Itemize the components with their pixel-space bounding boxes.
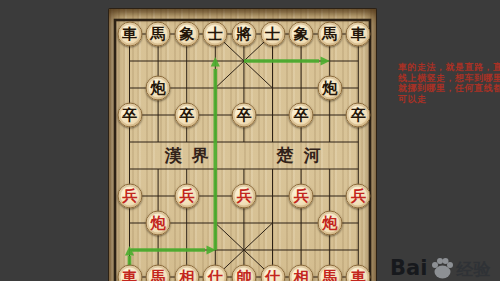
watermark: Bai 经验 <box>390 256 490 281</box>
xiangqi-piece-black[interactable]: 卒 <box>174 103 199 128</box>
xiangqi-piece-black[interactable]: 馬 <box>146 22 171 47</box>
xiangqi-piece-red[interactable]: 兵 <box>289 184 314 209</box>
baidu-paw-icon <box>429 256 455 281</box>
xiangqi-piece-red[interactable]: 兵 <box>174 184 199 209</box>
xiangqi-piece-black[interactable]: 將 <box>231 22 256 47</box>
rule-note-line: 可以走 <box>398 94 500 105</box>
watermark-cjk-text: 经验 <box>456 256 490 281</box>
screenshot-stage: 漢界 楚河 車馬象士將士象馬車炮炮卒卒卒卒卒兵兵兵兵兵炮炮車馬相仕帥仕相馬車 車… <box>0 0 500 281</box>
xiangqi-board[interactable]: 漢界 楚河 車馬象士將士象馬車炮炮卒卒卒卒卒兵兵兵兵兵炮炮車馬相仕帥仕相馬車 <box>108 8 377 281</box>
xiangqi-piece-black[interactable]: 炮 <box>146 76 171 101</box>
watermark-latin-text: Bai <box>390 256 427 280</box>
xiangqi-piece-red[interactable]: 炮 <box>146 211 171 236</box>
xiangqi-piece-black[interactable]: 炮 <box>317 76 342 101</box>
xiangqi-piece-black[interactable]: 卒 <box>117 103 142 128</box>
xiangqi-piece-black[interactable]: 象 <box>174 22 199 47</box>
river-label-right: 楚河 <box>272 145 331 165</box>
xiangqi-piece-black[interactable]: 馬 <box>317 22 342 47</box>
xiangqi-piece-black[interactable]: 車 <box>346 22 371 47</box>
move-arrow-head <box>321 56 331 65</box>
river-label-left: 漢界 <box>160 145 219 165</box>
xiangqi-piece-red[interactable]: 炮 <box>317 211 342 236</box>
board-grid <box>109 9 376 281</box>
rule-note-line: 就挪到哪里，任何直线都 <box>398 83 500 94</box>
xiangqi-piece-black[interactable]: 卒 <box>346 103 371 128</box>
xiangqi-piece-black[interactable]: 士 <box>260 22 285 47</box>
xiangqi-piece-black[interactable]: 象 <box>289 22 314 47</box>
move-arrow-head <box>211 57 220 67</box>
xiangqi-piece-red[interactable]: 兵 <box>117 184 142 209</box>
rule-note-line: 車的走法，就是直路，直 <box>398 62 500 73</box>
xiangqi-piece-black[interactable]: 卒 <box>231 103 256 128</box>
rule-note-text: 車的走法，就是直路，直线上横竖走，想车到哪里就挪到哪里，任何直线都可以走 <box>398 62 500 104</box>
xiangqi-piece-black[interactable]: 卒 <box>289 103 314 128</box>
rule-note-line: 线上横竖走，想车到哪里 <box>398 73 500 84</box>
xiangqi-piece-red[interactable]: 兵 <box>346 184 371 209</box>
xiangqi-piece-red[interactable]: 兵 <box>231 184 256 209</box>
xiangqi-piece-black[interactable]: 士 <box>203 22 228 47</box>
xiangqi-piece-black[interactable]: 車 <box>117 22 142 47</box>
